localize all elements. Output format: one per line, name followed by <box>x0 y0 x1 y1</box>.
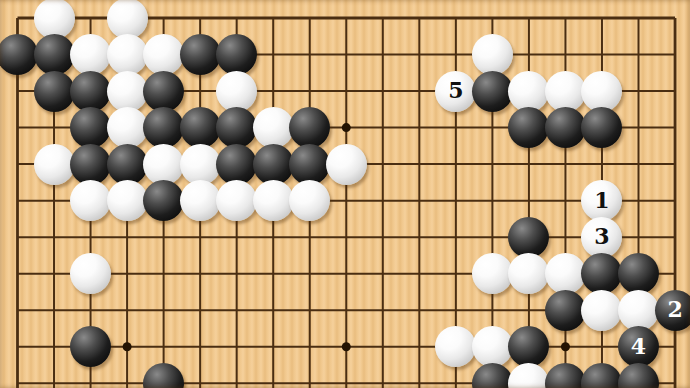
white-stone <box>326 144 367 185</box>
move-number: 1 <box>594 189 609 211</box>
black-stone <box>70 107 111 148</box>
white-stone <box>107 0 148 39</box>
black-stone <box>472 71 513 112</box>
star-point <box>123 342 132 351</box>
white-stone <box>34 0 75 39</box>
white-stone <box>143 144 184 185</box>
white-stone <box>70 34 111 75</box>
white-stone <box>70 253 111 294</box>
white-stone <box>143 34 184 75</box>
white-stone <box>253 180 294 221</box>
black-stone <box>216 144 257 185</box>
numbered-black-stone: 4 <box>618 326 659 367</box>
black-stone <box>545 107 586 148</box>
black-stone <box>508 217 549 258</box>
black-stone <box>180 107 221 148</box>
white-stone <box>180 144 221 185</box>
numbered-white-stone: 3 <box>581 217 622 258</box>
white-stone <box>508 71 549 112</box>
white-stone <box>472 34 513 75</box>
white-stone <box>545 71 586 112</box>
white-stone <box>472 253 513 294</box>
move-number: 4 <box>631 335 646 357</box>
white-stone <box>545 253 586 294</box>
white-stone <box>107 34 148 75</box>
go-board: 51324 <box>0 0 690 388</box>
white-stone <box>216 71 257 112</box>
star-point <box>342 123 351 132</box>
black-stone <box>253 144 294 185</box>
black-stone <box>289 144 330 185</box>
black-stone <box>216 107 257 148</box>
star-point <box>342 342 351 351</box>
white-stone <box>34 144 75 185</box>
numbered-white-stone: 5 <box>435 71 476 112</box>
white-stone <box>581 71 622 112</box>
numbered-black-stone: 2 <box>655 290 690 331</box>
black-stone <box>143 180 184 221</box>
move-number: 2 <box>667 298 682 320</box>
move-number: 3 <box>594 225 609 247</box>
black-stone <box>34 71 75 112</box>
white-stone <box>472 326 513 367</box>
move-number: 5 <box>448 79 463 101</box>
black-stone <box>107 144 148 185</box>
white-stone <box>618 290 659 331</box>
black-stone <box>545 290 586 331</box>
black-stone <box>143 71 184 112</box>
black-stone <box>618 253 659 294</box>
white-stone <box>107 71 148 112</box>
black-stone <box>180 34 221 75</box>
star-point <box>561 342 570 351</box>
go-diagram-screenshot: 51324 <box>0 0 690 388</box>
black-stone <box>70 144 111 185</box>
white-stone <box>70 180 111 221</box>
black-stone <box>34 34 75 75</box>
white-stone <box>253 107 294 148</box>
white-stone <box>581 290 622 331</box>
black-stone <box>216 34 257 75</box>
black-stone <box>70 71 111 112</box>
white-stone <box>180 180 221 221</box>
white-stone <box>107 180 148 221</box>
white-stone <box>107 107 148 148</box>
black-stone <box>143 107 184 148</box>
